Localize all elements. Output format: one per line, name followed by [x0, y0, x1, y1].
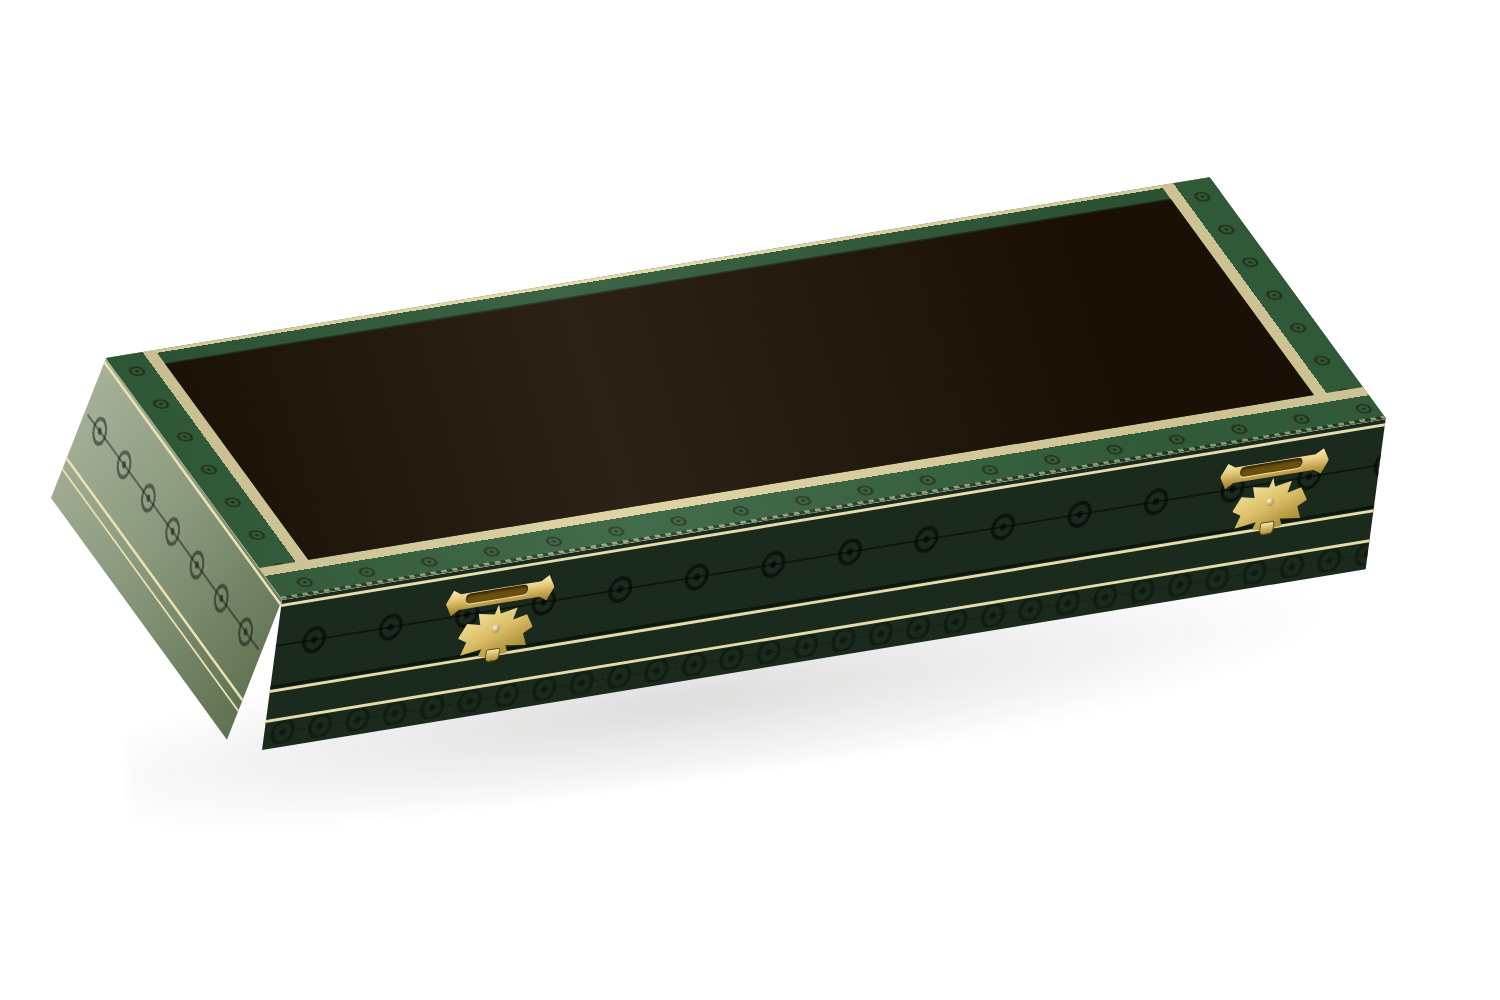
chess-set-product-photo	[0, 0, 1500, 1000]
latch-hook	[1259, 521, 1275, 536]
brass-latch-left	[433, 569, 560, 674]
latch-hook	[484, 647, 500, 662]
brass-latch-right	[1208, 442, 1335, 547]
